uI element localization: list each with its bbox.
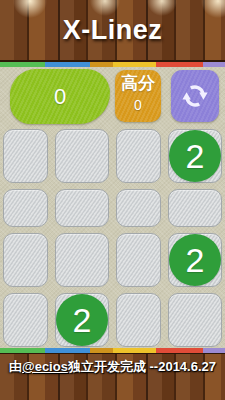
grid-cell-r3c3[interactable] [116, 233, 161, 287]
credit-prefix: 由 [9, 359, 22, 374]
tile-2[interactable]: 2 [169, 234, 221, 286]
game-board: 222 [3, 129, 222, 347]
credit-suffix: 独立开发完成 --2014.6.27 [68, 359, 216, 374]
restart-button[interactable] [171, 70, 219, 122]
credit-text: 由@ecios独立开发完成 --2014.6.27 [9, 358, 216, 376]
grid-cell-r1c2[interactable] [55, 129, 109, 183]
tile-2[interactable]: 2 [169, 130, 221, 182]
grid-cell-r1c1[interactable] [3, 129, 48, 183]
wood-header: X-Linez [0, 0, 225, 62]
grid-cell-r3c2[interactable] [55, 233, 109, 287]
grid-cell-r4c3[interactable] [116, 293, 161, 347]
tile-2[interactable]: 2 [56, 294, 108, 346]
grid-cell-r4c4[interactable] [168, 293, 222, 347]
grid-cell-r2c1[interactable] [3, 189, 48, 227]
score-value: 0 [54, 84, 66, 110]
grid-cell-r1c4[interactable]: 2 [168, 129, 222, 183]
app-screen: X-Linez 0 高分 0 222 由@ecios独立开发完成 --2014.… [0, 0, 225, 400]
grid-cell-r2c3[interactable] [116, 189, 161, 227]
grid-cell-r4c1[interactable] [3, 293, 48, 347]
wood-footer: 由@ecios独立开发完成 --2014.6.27 [0, 353, 225, 400]
high-score-value: 0 [115, 94, 161, 116]
grid-cell-r2c4[interactable] [168, 189, 222, 227]
refresh-icon [180, 81, 210, 111]
grid-cell-r2c2[interactable] [55, 189, 109, 227]
high-score-display: 高分 0 [115, 70, 161, 122]
grid-cell-r1c3[interactable] [116, 129, 161, 183]
app-title: X-Linez [63, 15, 163, 46]
credit-handle: @ecios [22, 359, 68, 374]
grid-cell-r3c4[interactable]: 2 [168, 233, 222, 287]
high-score-label: 高分 [115, 74, 161, 94]
score-display: 0 [10, 69, 110, 124]
grid-cell-r3c1[interactable] [3, 233, 48, 287]
grid-cell-r4c2[interactable]: 2 [55, 293, 109, 347]
